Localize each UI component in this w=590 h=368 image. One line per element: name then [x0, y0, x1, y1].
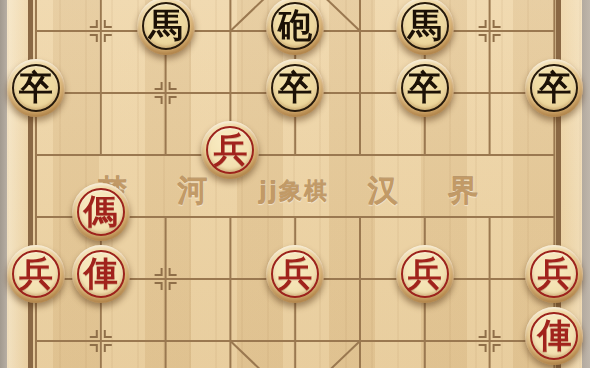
position-marker — [479, 330, 486, 337]
position-marker — [155, 283, 162, 290]
position-marker — [494, 330, 501, 337]
piece-character: 兵 — [266, 245, 324, 303]
position-marker — [90, 35, 97, 42]
position-marker — [170, 82, 177, 89]
piece-red-chariot[interactable]: 俥 — [72, 245, 130, 303]
position-marker — [479, 35, 486, 42]
piece-character: 砲 — [266, 0, 324, 55]
river-label-han-jie: 汉 界 — [368, 171, 498, 212]
piece-black-soldier[interactable]: 卒 — [266, 59, 324, 117]
piece-character: 傌 — [72, 183, 130, 241]
position-marker — [155, 82, 162, 89]
position-marker — [479, 345, 486, 352]
app-watermark-jj-xiangqi: jj象棋 — [259, 176, 329, 207]
piece-character: 卒 — [7, 59, 65, 117]
position-marker — [155, 268, 162, 275]
app-screen: 楚 河 jj象棋 汉 界 馬砲馬卒卒卒卒兵傌兵俥兵兵兵俥 — [0, 0, 590, 368]
position-marker — [90, 330, 97, 337]
piece-character: 兵 — [525, 245, 583, 303]
position-marker — [105, 330, 112, 337]
piece-black-soldier[interactable]: 卒 — [525, 59, 583, 117]
position-marker — [494, 20, 501, 27]
piece-red-soldier[interactable]: 兵 — [266, 245, 324, 303]
position-marker — [155, 97, 162, 104]
piece-red-soldier[interactable]: 兵 — [7, 245, 65, 303]
piece-character: 兵 — [201, 121, 259, 179]
position-marker — [494, 345, 501, 352]
piece-character: 卒 — [266, 59, 324, 117]
piece-red-soldier[interactable]: 兵 — [525, 245, 583, 303]
piece-red-horse[interactable]: 傌 — [72, 183, 130, 241]
piece-character: 卒 — [396, 59, 454, 117]
position-marker — [105, 35, 112, 42]
piece-character: 馬 — [137, 0, 195, 55]
position-marker — [479, 20, 486, 27]
position-marker — [105, 345, 112, 352]
piece-character: 兵 — [7, 245, 65, 303]
piece-character: 俥 — [72, 245, 130, 303]
piece-character: 卒 — [525, 59, 583, 117]
piece-black-horse[interactable]: 馬 — [396, 0, 454, 55]
position-marker — [105, 20, 112, 27]
piece-character: 馬 — [396, 0, 454, 55]
position-marker — [170, 268, 177, 275]
piece-red-soldier[interactable]: 兵 — [396, 245, 454, 303]
position-marker — [494, 35, 501, 42]
piece-red-chariot[interactable]: 俥 — [525, 307, 583, 365]
piece-character: 俥 — [525, 307, 583, 365]
piece-black-soldier[interactable]: 卒 — [396, 59, 454, 117]
piece-character: 兵 — [396, 245, 454, 303]
piece-black-soldier[interactable]: 卒 — [7, 59, 65, 117]
position-marker — [170, 97, 177, 104]
piece-red-soldier[interactable]: 兵 — [201, 121, 259, 179]
position-marker — [90, 20, 97, 27]
piece-black-horse[interactable]: 馬 — [137, 0, 195, 55]
position-marker — [170, 283, 177, 290]
piece-black-cannon[interactable]: 砲 — [266, 0, 324, 55]
position-marker — [90, 345, 97, 352]
